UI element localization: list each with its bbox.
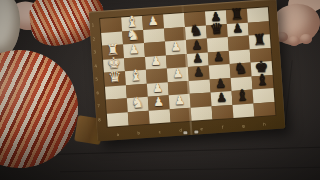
white-queen: ♛ [108,69,122,85]
white-knight: ♞ [126,27,140,43]
black-knight: ♞ [189,23,203,39]
table-plank-seam [284,60,292,130]
black-pawn: ♟ [210,10,222,23]
black-pawn: ♟ [213,50,225,63]
black-bishop: ♝ [255,73,269,89]
black-knight: ♞ [233,61,247,77]
black-pawn: ♟ [193,65,205,78]
white-pawn: ♟ [174,94,186,107]
chess-board: ♝♟♟♜♞♞♛♟♜♟♟♟♜♚♟♟♟♛♝♟♟♞♚♟♟♝♞♟♟♟♝ abcdefgh… [89,0,286,141]
white-rook: ♜ [106,42,120,58]
black-pawn: ♟ [192,52,204,65]
square-h3 [149,109,171,124]
square-h2 [128,110,150,125]
black-king: ♚ [254,59,268,75]
black-pawn: ♟ [215,77,227,90]
square-h6 [212,104,234,119]
knuckle [288,36,300,46]
white-pawn: ♟ [172,67,184,80]
white-pawn: ♟ [152,82,164,95]
white-pawn: ♟ [150,55,162,68]
black-bishop: ♝ [235,87,249,103]
black-rook: ♜ [252,32,266,48]
square-h8 [253,101,275,116]
square-h1 [107,112,129,127]
white-pawn: ♟ [153,95,165,108]
black-pawn: ♟ [216,91,228,104]
black-rook: ♜ [230,7,244,23]
photo-scene: ♝♟♟♜♞♞♛♟♜♟♟♟♜♚♟♟♟♛♝♟♟♞♚♟♟♝♞♟♟♟♝ abcdefgh… [0,0,320,180]
white-bishop: ♝ [125,14,139,30]
square-h7 [233,103,255,118]
table-plank-seam [60,167,320,173]
black-queen: ♛ [210,22,224,38]
white-knight: ♞ [130,95,144,111]
crochet-pouf [0,50,78,168]
white-pawn: ♟ [147,14,159,27]
white-pawn: ♟ [170,40,182,53]
white-king: ♚ [107,56,121,72]
white-pawn: ♟ [128,43,140,56]
square-h5 [191,106,213,121]
knuckle [300,34,312,44]
black-pawn: ♟ [232,22,244,35]
white-bishop: ♝ [129,68,143,84]
black-pawn: ♟ [191,38,203,51]
